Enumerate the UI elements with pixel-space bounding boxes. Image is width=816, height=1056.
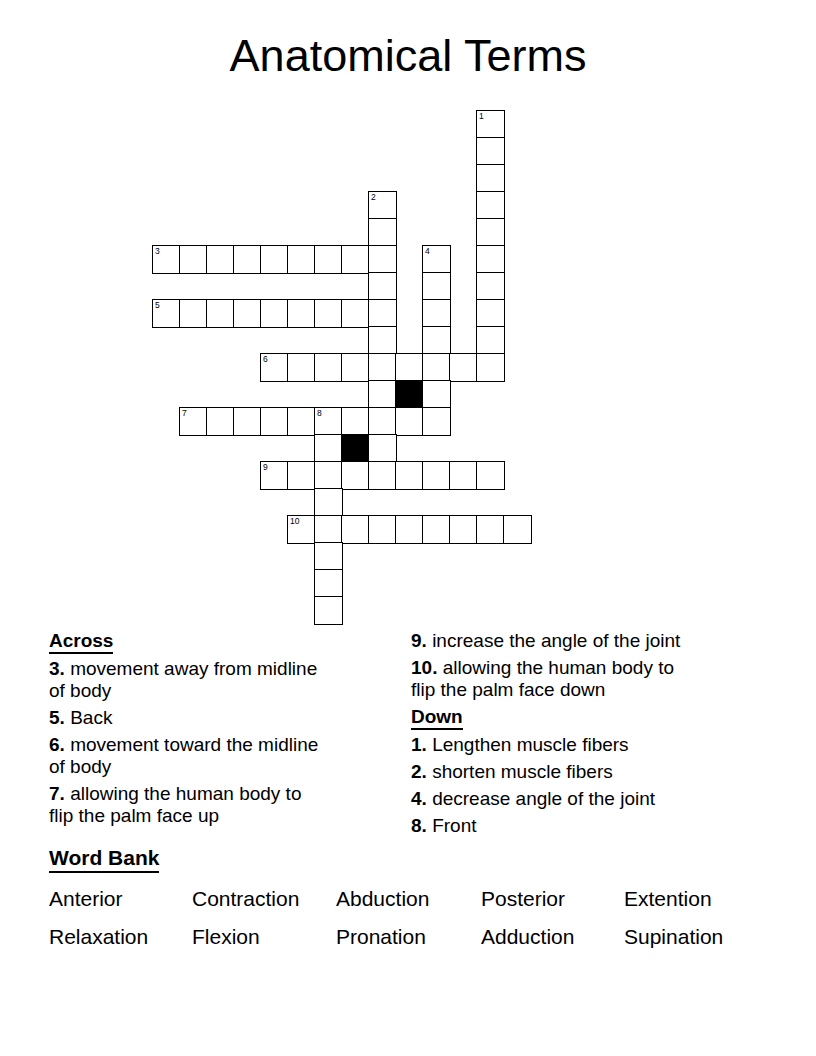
clue-column-right: 9. increase the angle of the joint10. al… [411, 630, 771, 842]
grid-cell[interactable] [476, 218, 505, 247]
grid-cell[interactable] [395, 353, 424, 382]
clue-number: 5. [49, 707, 65, 728]
clue-text: of body [49, 756, 389, 778]
grid-cell[interactable] [314, 461, 343, 490]
clue-2: 2. shorten muscle fibers [411, 761, 771, 783]
clue-number: 7. [49, 783, 65, 804]
clue-number: 3. [49, 658, 65, 679]
clue-text: 3. movement away from midline [49, 658, 389, 680]
word-bank-item: Supination [624, 925, 779, 949]
grid-cell[interactable] [368, 218, 397, 247]
grid-cell[interactable] [314, 488, 343, 517]
grid-cell[interactable] [368, 299, 397, 328]
cell-number: 2 [371, 193, 376, 202]
clue-text: of body [49, 680, 389, 702]
clue-text: 8. Front [411, 815, 771, 837]
grid-cell[interactable] [179, 299, 208, 328]
cell-number: 6 [263, 355, 268, 364]
grid-cell[interactable] [314, 434, 343, 463]
grid-cell[interactable] [314, 353, 343, 382]
cell-number: 10 [290, 517, 299, 526]
grid-cell[interactable] [395, 407, 424, 436]
crossword-grid: 12345678910 [152, 110, 531, 624]
clue-number: 2. [411, 761, 427, 782]
word-bank-item: Abduction [336, 887, 481, 911]
grid-cell[interactable] [476, 515, 505, 544]
cell-number: 7 [182, 409, 187, 418]
grid-cell[interactable] [314, 245, 343, 274]
grid-cell[interactable] [368, 461, 397, 490]
grid-cell[interactable] [422, 272, 451, 301]
clue-number: 9. [411, 630, 427, 651]
cell-number: 3 [155, 247, 160, 256]
grid-cell[interactable] [476, 299, 505, 328]
clue-number: 6. [49, 734, 65, 755]
grid-cell[interactable] [368, 326, 397, 355]
cell-number: 1 [479, 112, 484, 121]
down-heading: Down [411, 706, 771, 730]
grid-cell[interactable] [422, 326, 451, 355]
grid-cell[interactable] [206, 299, 235, 328]
grid-cell[interactable] [314, 515, 343, 544]
word-bank-item: Pronation [336, 925, 481, 949]
grid-cell[interactable] [260, 407, 289, 436]
grid-cell[interactable] [395, 515, 424, 544]
grid-cell[interactable] [476, 164, 505, 193]
grid-cell[interactable] [341, 353, 370, 382]
cell-number: 8 [317, 409, 322, 418]
grid-cell[interactable] [314, 542, 343, 571]
clue-number: 4. [411, 788, 427, 809]
grid-cell[interactable] [503, 515, 532, 544]
grid-cell[interactable] [449, 515, 478, 544]
cell-number: 9 [263, 463, 268, 472]
grid-cell[interactable] [233, 245, 262, 274]
clue-text: 9. increase the angle of the joint [411, 630, 771, 652]
grid-cell[interactable] [476, 353, 505, 382]
grid-cell[interactable] [395, 461, 424, 490]
grid-cell[interactable] [206, 245, 235, 274]
word-bank-item: Extention [624, 887, 779, 911]
grid-cell[interactable] [287, 299, 316, 328]
grid-cell[interactable] [179, 245, 208, 274]
grid-cell[interactable] [233, 407, 262, 436]
clue-3: 3. movement away from midlineof body [49, 658, 389, 702]
clue-1: 1. Lengthen muscle fibers [411, 734, 771, 756]
clue-7: 7. allowing the human body toflip the pa… [49, 783, 389, 827]
grid-cell[interactable] [476, 137, 505, 166]
clue-text: 5. Back [49, 707, 389, 729]
grid-cell[interactable] [422, 380, 451, 409]
word-bank-grid: AnteriorContractionAbductionPosteriorExt… [49, 887, 779, 949]
clue-text: flip the palm face down [411, 679, 771, 701]
cell-number: 5 [155, 301, 160, 310]
grid-cell[interactable] [368, 353, 397, 382]
grid-cell[interactable] [422, 353, 451, 382]
clue-text: 7. allowing the human body to [49, 783, 389, 805]
cell-number: 4 [425, 247, 430, 256]
across-heading: Across [49, 630, 389, 654]
grid-cell[interactable] [260, 299, 289, 328]
grid-cell[interactable] [422, 407, 451, 436]
grid-cell[interactable] [368, 434, 397, 463]
clue-text: 6. movement toward the midline [49, 734, 389, 756]
word-bank-item: Relaxation [49, 925, 192, 949]
clue-5: 5. Back [49, 707, 389, 729]
clue-number: 10. [411, 657, 437, 678]
grid-cell[interactable] [422, 461, 451, 490]
clue-text: 4. decrease angle of the joint [411, 788, 771, 810]
black-cell [395, 380, 424, 409]
grid-cell[interactable] [287, 461, 316, 490]
clue-text: 10. allowing the human body to [411, 657, 771, 679]
grid-cell[interactable] [368, 407, 397, 436]
grid-cell[interactable] [287, 245, 316, 274]
clue-column-left: Across3. movement away from midlineof bo… [49, 630, 389, 832]
clue-number: 1. [411, 734, 427, 755]
grid-cell[interactable] [341, 245, 370, 274]
grid-cell[interactable] [449, 353, 478, 382]
grid-cell[interactable] [476, 191, 505, 220]
clue-text: flip the palm face up [49, 805, 389, 827]
word-bank-item: Contraction [192, 887, 336, 911]
word-bank-item: Anterior [49, 887, 192, 911]
clue-8: 8. Front [411, 815, 771, 837]
grid-cell[interactable] [422, 299, 451, 328]
grid-cell[interactable] [233, 299, 262, 328]
grid-cell[interactable] [368, 380, 397, 409]
grid-cell[interactable] [260, 245, 289, 274]
grid-cell[interactable] [287, 353, 316, 382]
grid-cell[interactable] [341, 407, 370, 436]
black-cell [341, 434, 370, 463]
clue-10: 10. allowing the human body toflip the p… [411, 657, 771, 701]
grid-cell[interactable] [476, 461, 505, 490]
grid-cell[interactable] [341, 299, 370, 328]
clue-text: 2. shorten muscle fibers [411, 761, 771, 783]
grid-cell[interactable] [368, 272, 397, 301]
grid-cell[interactable] [341, 515, 370, 544]
grid-cell[interactable] [341, 461, 370, 490]
grid-cell[interactable] [287, 407, 316, 436]
grid-cell[interactable] [314, 299, 343, 328]
grid-cell[interactable] [368, 515, 397, 544]
clue-6: 6. movement toward the midlineof body [49, 734, 389, 778]
clue-text: 1. Lengthen muscle fibers [411, 734, 771, 756]
word-bank-item: Adduction [481, 925, 624, 949]
clue-number: 8. [411, 815, 427, 836]
grid-cell[interactable] [449, 461, 478, 490]
grid-cell[interactable] [476, 245, 505, 274]
clue-4: 4. decrease angle of the joint [411, 788, 771, 810]
word-bank-heading: Word Bank [49, 846, 159, 873]
word-bank-item: Flexion [192, 925, 336, 949]
clue-9: 9. increase the angle of the joint [411, 630, 771, 652]
grid-cell[interactable] [368, 245, 397, 274]
grid-cell[interactable] [314, 569, 343, 598]
word-bank: Word Bank AnteriorContractionAbductionPo… [49, 846, 779, 949]
page-title: Anatomical Terms [0, 30, 816, 82]
grid-cell[interactable] [422, 515, 451, 544]
grid-cell[interactable] [476, 326, 505, 355]
grid-cell[interactable] [476, 272, 505, 301]
grid-cell[interactable] [206, 407, 235, 436]
grid-cell[interactable] [314, 596, 343, 625]
word-bank-item: Posterior [481, 887, 624, 911]
